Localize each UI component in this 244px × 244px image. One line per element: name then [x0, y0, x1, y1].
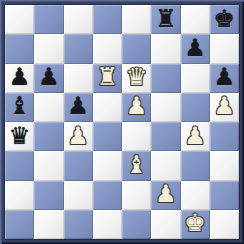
chess-board-frame: ♜♚♟♟♟♜♛♟♝♟♟♟♛♟♟♝♟♚	[0, 0, 244, 244]
square-b3[interactable]	[34, 151, 63, 180]
square-d3[interactable]	[93, 151, 122, 180]
square-a7[interactable]	[5, 34, 34, 63]
white-pawn[interactable]: ♟	[126, 94, 148, 118]
square-b7[interactable]	[34, 34, 63, 63]
square-e8[interactable]	[122, 5, 151, 34]
white-pawn[interactable]: ♟	[214, 94, 236, 118]
square-g7[interactable]: ♟	[181, 34, 210, 63]
square-a4[interactable]: ♛	[5, 122, 34, 151]
black-queen[interactable]: ♛	[9, 124, 31, 148]
square-h4[interactable]	[210, 122, 239, 151]
white-rook[interactable]: ♜	[97, 65, 119, 89]
square-h6[interactable]: ♟	[210, 64, 239, 93]
black-pawn[interactable]: ♟	[214, 65, 236, 89]
square-a8[interactable]	[5, 5, 34, 34]
black-pawn[interactable]: ♟	[67, 94, 89, 118]
square-a6[interactable]: ♟	[5, 64, 34, 93]
square-g4[interactable]: ♟	[181, 122, 210, 151]
square-d2[interactable]	[93, 181, 122, 210]
square-h1[interactable]	[210, 210, 239, 239]
white-bishop[interactable]: ♝	[126, 153, 148, 177]
black-pawn[interactable]: ♟	[9, 65, 31, 89]
square-g2[interactable]	[181, 181, 210, 210]
white-pawn[interactable]: ♟	[155, 182, 177, 206]
white-king[interactable]: ♚	[184, 211, 206, 235]
square-d7[interactable]	[93, 34, 122, 63]
square-f5[interactable]	[151, 93, 180, 122]
square-h7[interactable]	[210, 34, 239, 63]
square-b2[interactable]	[34, 181, 63, 210]
square-g1[interactable]: ♚	[181, 210, 210, 239]
square-e5[interactable]: ♟	[122, 93, 151, 122]
square-c6[interactable]	[64, 64, 93, 93]
square-c8[interactable]	[64, 5, 93, 34]
square-a1[interactable]	[5, 210, 34, 239]
square-g8[interactable]	[181, 5, 210, 34]
square-h5[interactable]: ♟	[210, 93, 239, 122]
square-a3[interactable]	[5, 151, 34, 180]
square-c5[interactable]: ♟	[64, 93, 93, 122]
black-pawn[interactable]: ♟	[38, 65, 60, 89]
square-c1[interactable]	[64, 210, 93, 239]
white-pawn[interactable]: ♟	[67, 124, 89, 148]
square-e7[interactable]	[122, 34, 151, 63]
square-f6[interactable]	[151, 64, 180, 93]
square-b5[interactable]	[34, 93, 63, 122]
white-pawn[interactable]: ♟	[184, 124, 206, 148]
square-a5[interactable]: ♝	[5, 93, 34, 122]
square-g6[interactable]	[181, 64, 210, 93]
white-queen[interactable]: ♛	[126, 65, 148, 89]
square-d6[interactable]: ♜	[93, 64, 122, 93]
black-rook[interactable]: ♜	[155, 7, 177, 31]
black-pawn[interactable]: ♟	[184, 36, 206, 60]
square-e6[interactable]: ♛	[122, 64, 151, 93]
square-c3[interactable]	[64, 151, 93, 180]
square-a2[interactable]	[5, 181, 34, 210]
square-g3[interactable]	[181, 151, 210, 180]
square-e3[interactable]: ♝	[122, 151, 151, 180]
square-d1[interactable]	[93, 210, 122, 239]
square-h8[interactable]: ♚	[210, 5, 239, 34]
square-c7[interactable]	[64, 34, 93, 63]
square-f3[interactable]	[151, 151, 180, 180]
square-e4[interactable]	[122, 122, 151, 151]
black-king[interactable]: ♚	[214, 7, 236, 31]
square-c2[interactable]	[64, 181, 93, 210]
square-e2[interactable]	[122, 181, 151, 210]
square-f2[interactable]: ♟	[151, 181, 180, 210]
square-e1[interactable]	[122, 210, 151, 239]
square-b4[interactable]	[34, 122, 63, 151]
square-f4[interactable]	[151, 122, 180, 151]
square-g5[interactable]	[181, 93, 210, 122]
square-c4[interactable]: ♟	[64, 122, 93, 151]
square-d8[interactable]	[93, 5, 122, 34]
square-f8[interactable]: ♜	[151, 5, 180, 34]
square-h2[interactable]	[210, 181, 239, 210]
square-b8[interactable]	[34, 5, 63, 34]
square-f1[interactable]	[151, 210, 180, 239]
square-h3[interactable]	[210, 151, 239, 180]
square-f7[interactable]	[151, 34, 180, 63]
chess-board: ♜♚♟♟♟♜♛♟♝♟♟♟♛♟♟♝♟♚	[5, 5, 239, 239]
square-b6[interactable]: ♟	[34, 64, 63, 93]
square-b1[interactable]	[34, 210, 63, 239]
square-d4[interactable]	[93, 122, 122, 151]
square-d5[interactable]	[93, 93, 122, 122]
black-bishop[interactable]: ♝	[9, 94, 31, 118]
